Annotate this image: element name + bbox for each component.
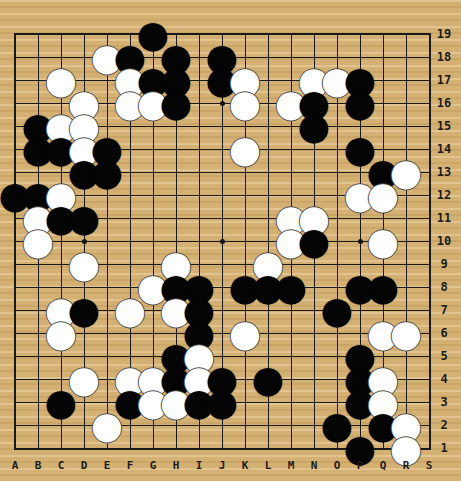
- white-stone-q12[interactable]: ●: [371, 183, 395, 207]
- black-stone-l4[interactable]: ●: [256, 367, 280, 391]
- black-stone-j3[interactable]: ●: [210, 390, 234, 414]
- column-label-o: O: [325, 459, 349, 473]
- column-label-p: P: [348, 459, 372, 473]
- row-label-18: 18: [432, 50, 456, 64]
- black-stone-n15[interactable]: ●: [302, 114, 326, 138]
- row-label-4: 4: [432, 372, 456, 386]
- row-label-2: 2: [432, 418, 456, 432]
- column-label-a: A: [3, 459, 27, 473]
- row-label-12: 12: [432, 188, 456, 202]
- column-label-k: K: [233, 459, 257, 473]
- white-stone-r1[interactable]: ●: [394, 436, 418, 460]
- row-label-3: 3: [432, 395, 456, 409]
- black-stone-p16[interactable]: ●: [348, 91, 372, 115]
- black-stone-p1[interactable]: ●: [348, 436, 372, 460]
- star-point-p10: [358, 239, 363, 244]
- column-label-b: B: [26, 459, 50, 473]
- black-stone-q8[interactable]: ●: [371, 275, 395, 299]
- column-label-e: E: [95, 459, 119, 473]
- row-label-7: 7: [432, 303, 456, 317]
- star-point-j10: [220, 239, 225, 244]
- white-stone-b10[interactable]: ●: [26, 229, 50, 253]
- white-stone-k16[interactable]: ●: [233, 91, 257, 115]
- row-label-19: 19: [432, 27, 456, 41]
- column-label-m: M: [279, 459, 303, 473]
- white-stone-c6[interactable]: ●: [49, 321, 73, 345]
- black-stone-h16[interactable]: ●: [164, 91, 188, 115]
- white-stone-k6[interactable]: ●: [233, 321, 257, 345]
- row-label-13: 13: [432, 165, 456, 179]
- column-label-n: N: [302, 459, 326, 473]
- column-label-r: R: [394, 459, 418, 473]
- column-label-h: H: [164, 459, 188, 473]
- black-stone-o7[interactable]: ●: [325, 298, 349, 322]
- black-stone-d11[interactable]: ●: [72, 206, 96, 230]
- white-stone-e2[interactable]: ●: [95, 413, 119, 437]
- row-label-6: 6: [432, 326, 456, 340]
- row-label-15: 15: [432, 119, 456, 133]
- column-label-l: L: [256, 459, 280, 473]
- black-stone-c3[interactable]: ●: [49, 390, 73, 414]
- column-label-c: C: [49, 459, 73, 473]
- row-label-16: 16: [432, 96, 456, 110]
- row-label-17: 17: [432, 73, 456, 87]
- white-stone-f7[interactable]: ●: [118, 298, 142, 322]
- column-label-f: F: [118, 459, 142, 473]
- column-label-j: J: [210, 459, 234, 473]
- row-label-5: 5: [432, 349, 456, 363]
- row-label-1: 1: [432, 441, 456, 455]
- white-stone-r6[interactable]: ●: [394, 321, 418, 345]
- row-label-11: 11: [432, 211, 456, 225]
- black-stone-n10[interactable]: ●: [302, 229, 326, 253]
- row-label-8: 8: [432, 280, 456, 294]
- go-board-screenshot: ●●●●●●●●●●●●●●●●●●●●●●●●●●●●●●●●●●●●●●●●…: [0, 0, 461, 481]
- column-label-s: S: [417, 459, 441, 473]
- white-stone-k14[interactable]: ●: [233, 137, 257, 161]
- black-stone-e13[interactable]: ●: [95, 160, 119, 184]
- row-label-14: 14: [432, 142, 456, 156]
- row-label-10: 10: [432, 234, 456, 248]
- row-label-9: 9: [432, 257, 456, 271]
- column-label-g: G: [141, 459, 165, 473]
- black-stone-m8[interactable]: ●: [279, 275, 303, 299]
- column-label-q: Q: [371, 459, 395, 473]
- column-label-i: I: [187, 459, 211, 473]
- column-label-d: D: [72, 459, 96, 473]
- white-stone-d9[interactable]: ●: [72, 252, 96, 276]
- white-stone-q10[interactable]: ●: [371, 229, 395, 253]
